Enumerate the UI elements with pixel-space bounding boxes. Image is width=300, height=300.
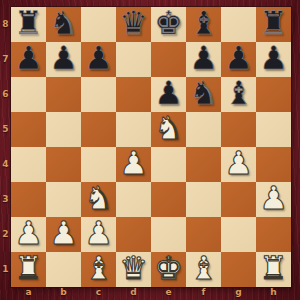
square-b7[interactable]: ♟ bbox=[46, 42, 81, 77]
file-label-f: f bbox=[186, 286, 221, 300]
square-e7[interactable] bbox=[151, 42, 186, 77]
square-g8[interactable] bbox=[221, 7, 256, 42]
square-d6[interactable] bbox=[116, 77, 151, 112]
piece-white-rook[interactable]: ♜ bbox=[259, 252, 288, 286]
file-labels: abcdefgh bbox=[11, 286, 291, 300]
square-h3[interactable]: ♟ bbox=[256, 182, 291, 217]
piece-white-pawn[interactable]: ♟ bbox=[224, 147, 253, 181]
square-b3[interactable] bbox=[46, 182, 81, 217]
piece-black-pawn[interactable]: ♟ bbox=[259, 42, 288, 76]
rank-label-3: 3 bbox=[0, 182, 11, 217]
piece-white-king[interactable]: ♚ bbox=[154, 252, 183, 286]
square-f1[interactable]: ♝ bbox=[186, 252, 221, 287]
piece-black-pawn[interactable]: ♟ bbox=[189, 42, 218, 76]
square-f5[interactable] bbox=[186, 112, 221, 147]
square-e4[interactable] bbox=[151, 147, 186, 182]
square-f2[interactable] bbox=[186, 217, 221, 252]
piece-white-pawn[interactable]: ♟ bbox=[14, 217, 43, 251]
square-d8[interactable]: ♛ bbox=[116, 7, 151, 42]
square-g6[interactable]: ♝ bbox=[221, 77, 256, 112]
square-h5[interactable] bbox=[256, 112, 291, 147]
square-a6[interactable] bbox=[11, 77, 46, 112]
piece-black-rook[interactable]: ♜ bbox=[14, 7, 43, 41]
rank-label-6: 6 bbox=[0, 77, 11, 112]
square-c4[interactable] bbox=[81, 147, 116, 182]
piece-black-pawn[interactable]: ♟ bbox=[224, 42, 253, 76]
file-label-d: d bbox=[116, 286, 151, 300]
square-d3[interactable] bbox=[116, 182, 151, 217]
file-label-c: c bbox=[81, 286, 116, 300]
piece-black-rook[interactable]: ♜ bbox=[259, 7, 288, 41]
square-b8[interactable]: ♞ bbox=[46, 7, 81, 42]
square-d5[interactable] bbox=[116, 112, 151, 147]
square-e5[interactable]: ♞ bbox=[151, 112, 186, 147]
square-d2[interactable] bbox=[116, 217, 151, 252]
rank-label-5: 5 bbox=[0, 112, 11, 147]
rank-label-2: 2 bbox=[0, 217, 11, 252]
square-d4[interactable]: ♟ bbox=[116, 147, 151, 182]
piece-white-pawn[interactable]: ♟ bbox=[119, 147, 148, 181]
piece-black-king[interactable]: ♚ bbox=[154, 7, 183, 41]
square-g2[interactable] bbox=[221, 217, 256, 252]
file-label-e: e bbox=[151, 286, 186, 300]
square-b2[interactable]: ♟ bbox=[46, 217, 81, 252]
piece-white-bishop[interactable]: ♝ bbox=[189, 252, 218, 286]
piece-black-pawn[interactable]: ♟ bbox=[84, 42, 113, 76]
file-label-g: g bbox=[221, 286, 256, 300]
piece-black-pawn[interactable]: ♟ bbox=[49, 42, 78, 76]
square-g1[interactable] bbox=[221, 252, 256, 287]
rank-labels: 87654321 bbox=[0, 7, 11, 287]
piece-black-knight[interactable]: ♞ bbox=[189, 77, 218, 111]
square-g7[interactable]: ♟ bbox=[221, 42, 256, 77]
piece-black-pawn[interactable]: ♟ bbox=[154, 77, 183, 111]
piece-black-pawn[interactable]: ♟ bbox=[14, 42, 43, 76]
square-f7[interactable]: ♟ bbox=[186, 42, 221, 77]
chess-board: ♜♞♛♚♝♜♟♟♟♟♟♟♟♞♝♞♟♟♞♟♟♟♟♜♝♛♚♝♜ bbox=[11, 7, 291, 287]
square-g3[interactable] bbox=[221, 182, 256, 217]
square-e6[interactable]: ♟ bbox=[151, 77, 186, 112]
square-h7[interactable]: ♟ bbox=[256, 42, 291, 77]
piece-black-queen[interactable]: ♛ bbox=[119, 7, 148, 41]
square-a8[interactable]: ♜ bbox=[11, 7, 46, 42]
square-b6[interactable] bbox=[46, 77, 81, 112]
square-b4[interactable] bbox=[46, 147, 81, 182]
square-a7[interactable]: ♟ bbox=[11, 42, 46, 77]
square-e3[interactable] bbox=[151, 182, 186, 217]
piece-black-knight[interactable]: ♞ bbox=[49, 7, 78, 41]
rank-label-1: 1 bbox=[0, 252, 11, 287]
square-c6[interactable] bbox=[81, 77, 116, 112]
rank-label-7: 7 bbox=[0, 42, 11, 77]
square-f4[interactable] bbox=[186, 147, 221, 182]
square-a4[interactable] bbox=[11, 147, 46, 182]
square-c2[interactable]: ♟ bbox=[81, 217, 116, 252]
piece-black-bishop[interactable]: ♝ bbox=[224, 77, 253, 111]
square-a2[interactable]: ♟ bbox=[11, 217, 46, 252]
square-c8[interactable] bbox=[81, 7, 116, 42]
piece-white-queen[interactable]: ♛ bbox=[119, 252, 148, 286]
piece-white-pawn[interactable]: ♟ bbox=[49, 217, 78, 251]
square-b1[interactable] bbox=[46, 252, 81, 287]
square-a3[interactable] bbox=[11, 182, 46, 217]
file-label-a: a bbox=[11, 286, 46, 300]
rank-label-4: 4 bbox=[0, 147, 11, 182]
square-e8[interactable]: ♚ bbox=[151, 7, 186, 42]
file-label-b: b bbox=[46, 286, 81, 300]
piece-white-knight[interactable]: ♞ bbox=[84, 182, 113, 216]
square-h8[interactable]: ♜ bbox=[256, 7, 291, 42]
piece-white-pawn[interactable]: ♟ bbox=[84, 217, 113, 251]
square-h6[interactable] bbox=[256, 77, 291, 112]
square-c1[interactable]: ♝ bbox=[81, 252, 116, 287]
square-f3[interactable] bbox=[186, 182, 221, 217]
square-g4[interactable]: ♟ bbox=[221, 147, 256, 182]
square-f6[interactable]: ♞ bbox=[186, 77, 221, 112]
square-c7[interactable]: ♟ bbox=[81, 42, 116, 77]
square-a1[interactable]: ♜ bbox=[11, 252, 46, 287]
square-f8[interactable]: ♝ bbox=[186, 7, 221, 42]
piece-white-pawn[interactable]: ♟ bbox=[259, 182, 288, 216]
square-g5[interactable] bbox=[221, 112, 256, 147]
square-a5[interactable] bbox=[11, 112, 46, 147]
square-e2[interactable] bbox=[151, 217, 186, 252]
square-h1[interactable]: ♜ bbox=[256, 252, 291, 287]
file-label-h: h bbox=[256, 286, 291, 300]
piece-white-knight[interactable]: ♞ bbox=[154, 112, 183, 146]
square-c3[interactable]: ♞ bbox=[81, 182, 116, 217]
square-e1[interactable]: ♚ bbox=[151, 252, 186, 287]
board-frame: ♜♞♛♚♝♜♟♟♟♟♟♟♟♞♝♞♟♟♞♟♟♟♟♜♝♛♚♝♜ abcdefgh 8… bbox=[0, 0, 300, 300]
square-h2[interactable] bbox=[256, 217, 291, 252]
square-d7[interactable] bbox=[116, 42, 151, 77]
square-h4[interactable] bbox=[256, 147, 291, 182]
square-c5[interactable] bbox=[81, 112, 116, 147]
square-d1[interactable]: ♛ bbox=[116, 252, 151, 287]
piece-black-bishop[interactable]: ♝ bbox=[189, 7, 218, 41]
piece-white-rook[interactable]: ♜ bbox=[14, 252, 43, 286]
rank-label-8: 8 bbox=[0, 7, 11, 42]
square-b5[interactable] bbox=[46, 112, 81, 147]
piece-white-bishop[interactable]: ♝ bbox=[84, 252, 113, 286]
